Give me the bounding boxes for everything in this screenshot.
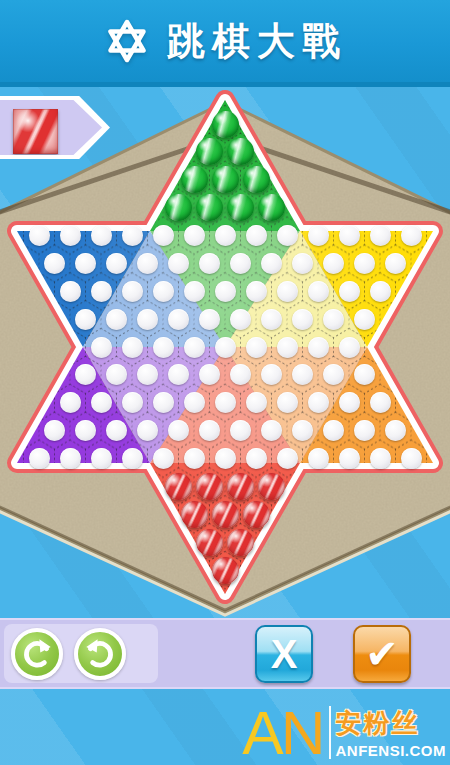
board-hole[interactable] [277, 448, 298, 469]
board-hole[interactable] [199, 253, 220, 274]
board-hole[interactable] [385, 420, 406, 441]
board-hole[interactable] [199, 420, 220, 441]
board-marble-red[interactable] [196, 473, 223, 500]
board-hole[interactable] [339, 392, 360, 413]
confirm-button[interactable]: ✔ [353, 625, 411, 683]
board-hole[interactable] [339, 337, 360, 358]
board-hole[interactable] [323, 309, 344, 330]
cancel-button[interactable]: X [255, 625, 313, 683]
undo-button[interactable] [11, 628, 63, 680]
board-hole[interactable] [137, 420, 158, 441]
board-hole[interactable] [292, 420, 313, 441]
board-hole[interactable] [323, 253, 344, 274]
board-hole[interactable] [91, 392, 112, 413]
board-hole[interactable] [215, 448, 236, 469]
board-marble-green[interactable] [212, 166, 239, 193]
board-hole[interactable] [60, 281, 81, 302]
watermark-name: 安粉丝 [336, 706, 420, 741]
watermark-logo-a: A [242, 698, 280, 765]
board-marble-red[interactable] [181, 501, 208, 528]
board-hole[interactable] [75, 309, 96, 330]
board-marble-red[interactable] [212, 501, 239, 528]
board-hole[interactable] [60, 392, 81, 413]
current-player-tag-bg [0, 100, 102, 155]
board-hole[interactable] [277, 281, 298, 302]
app-title: 跳棋大戰 [167, 16, 347, 67]
board-hole[interactable] [292, 309, 313, 330]
board-hole[interactable] [292, 253, 313, 274]
board-hole[interactable] [153, 225, 174, 246]
board-hole[interactable] [122, 225, 143, 246]
board-marble-green[interactable] [165, 194, 192, 221]
board-hole[interactable] [354, 309, 375, 330]
board-marble-green[interactable] [181, 166, 208, 193]
board-hole[interactable] [106, 309, 127, 330]
board-hole[interactable] [137, 309, 158, 330]
clockwise-arrow-icon [20, 637, 54, 671]
watermark-site: ANFENSI.COM [336, 742, 447, 759]
board-hole[interactable] [246, 337, 267, 358]
board-hole[interactable] [75, 253, 96, 274]
board-hole[interactable] [122, 337, 143, 358]
board-hole[interactable] [230, 253, 251, 274]
board-hole[interactable] [153, 281, 174, 302]
board-hole[interactable] [277, 225, 298, 246]
board-hole[interactable] [292, 364, 313, 385]
board-hole[interactable] [184, 448, 205, 469]
board-marble-red[interactable] [196, 529, 223, 556]
board-hole[interactable] [91, 225, 112, 246]
board-hole[interactable] [106, 420, 127, 441]
board-hole[interactable] [106, 253, 127, 274]
board-hole[interactable] [261, 420, 282, 441]
board-hole[interactable] [230, 309, 251, 330]
board-hole[interactable] [339, 281, 360, 302]
board-hole[interactable] [199, 309, 220, 330]
board-hole[interactable] [308, 281, 329, 302]
title-bar: 跳棋大戰 [0, 0, 450, 87]
undo-redo-panel [4, 624, 158, 683]
board-hole[interactable] [261, 309, 282, 330]
board-hole[interactable] [137, 364, 158, 385]
watermark-logo: AN [242, 708, 322, 759]
board-hole[interactable] [277, 337, 298, 358]
board-hole[interactable] [91, 337, 112, 358]
board-hole[interactable] [339, 448, 360, 469]
board-hole[interactable] [308, 448, 329, 469]
board-hole[interactable] [184, 392, 205, 413]
board-marble-red[interactable] [227, 529, 254, 556]
board-hole[interactable] [29, 225, 50, 246]
cancel-label: X [271, 634, 298, 674]
counterclockwise-arrow-icon [83, 637, 117, 671]
board-hole[interactable] [354, 364, 375, 385]
board-marble-red[interactable] [227, 473, 254, 500]
board-hole[interactable] [354, 420, 375, 441]
board-hole[interactable] [122, 281, 143, 302]
board-marble-red[interactable] [243, 501, 270, 528]
board-marble-green[interactable] [227, 194, 254, 221]
bottom-toolbar: X ✔ [0, 618, 450, 689]
board-hole[interactable] [60, 448, 81, 469]
redo-button[interactable] [74, 628, 126, 680]
board-hole[interactable] [230, 364, 251, 385]
board-hole[interactable] [370, 225, 391, 246]
board-hole[interactable] [370, 392, 391, 413]
board-hole[interactable] [184, 225, 205, 246]
red-striped-marble-icon [13, 109, 58, 154]
board-hole[interactable] [370, 448, 391, 469]
board-hole[interactable] [184, 281, 205, 302]
watermark-text: 安粉丝 ANFENSI.COM [329, 706, 447, 759]
board-hole[interactable] [261, 253, 282, 274]
board-hole[interactable] [199, 364, 220, 385]
board-hole[interactable] [354, 253, 375, 274]
board-hole[interactable] [122, 392, 143, 413]
board-hole[interactable] [44, 420, 65, 441]
board-hole[interactable] [339, 225, 360, 246]
board-marble-green[interactable] [227, 138, 254, 165]
watermark-logo-n: N [281, 698, 323, 765]
watermark: AN 安粉丝 ANFENSI.COM [242, 706, 446, 759]
board-hole[interactable] [385, 253, 406, 274]
board-marble-red[interactable] [212, 557, 239, 584]
board-hole[interactable] [29, 448, 50, 469]
board-hole[interactable] [122, 448, 143, 469]
board-hole[interactable] [277, 392, 298, 413]
board-hole[interactable] [230, 420, 251, 441]
board-hole[interactable] [323, 364, 344, 385]
board-hole[interactable] [106, 364, 127, 385]
board-hole[interactable] [215, 281, 236, 302]
board-hole[interactable] [44, 253, 65, 274]
board-hole[interactable] [153, 392, 174, 413]
confirm-label: ✔ [365, 634, 399, 674]
board-hole[interactable] [246, 225, 267, 246]
board-marble-red[interactable] [258, 473, 285, 500]
hexagram-star-icon [103, 17, 151, 65]
board-hole[interactable] [401, 225, 422, 246]
board-hole[interactable] [261, 364, 282, 385]
board-hole[interactable] [401, 448, 422, 469]
board-marble-green[interactable] [196, 194, 223, 221]
board-hole[interactable] [215, 225, 236, 246]
board-hole[interactable] [246, 392, 267, 413]
board-marble-green[interactable] [258, 194, 285, 221]
board-hole[interactable] [91, 448, 112, 469]
board-hole[interactable] [370, 281, 391, 302]
board-hole[interactable] [168, 253, 189, 274]
board-hole[interactable] [153, 337, 174, 358]
board-marble-green[interactable] [243, 166, 270, 193]
board-marble-red[interactable] [165, 473, 192, 500]
board-hole[interactable] [153, 448, 174, 469]
board-hole[interactable] [323, 420, 344, 441]
board-marble-green[interactable] [196, 138, 223, 165]
app-screen: 跳棋大戰 X ✔ [0, 0, 450, 765]
board-hole[interactable] [246, 281, 267, 302]
board-hole[interactable] [137, 253, 158, 274]
board-hole[interactable] [60, 225, 81, 246]
board-hole[interactable] [308, 337, 329, 358]
board-hole[interactable] [246, 448, 267, 469]
board-hole[interactable] [308, 392, 329, 413]
board-hole[interactable] [91, 281, 112, 302]
board-hole[interactable] [168, 309, 189, 330]
board-marble-green[interactable] [212, 111, 239, 138]
board-hole[interactable] [308, 225, 329, 246]
board-hole[interactable] [168, 364, 189, 385]
board-hole[interactable] [75, 364, 96, 385]
board-hole[interactable] [75, 420, 96, 441]
board-hole[interactable] [184, 337, 205, 358]
board-hole[interactable] [215, 392, 236, 413]
board-hole[interactable] [215, 337, 236, 358]
board-hole[interactable] [168, 420, 189, 441]
